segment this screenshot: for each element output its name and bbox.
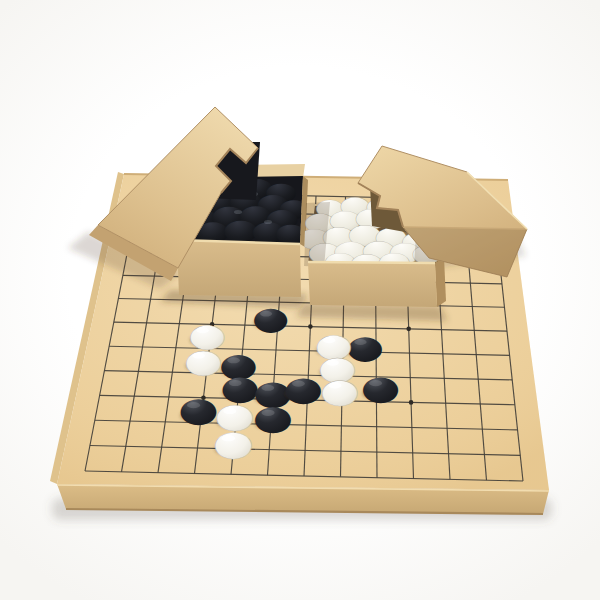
- heap-glint: [264, 220, 272, 224]
- stone-highlight: [323, 337, 335, 343]
- stone-highlight: [329, 382, 342, 388]
- stone-highlight: [260, 311, 272, 317]
- stone-highlight: [354, 339, 366, 345]
- black-stone[interactable]: ●: [360, 368, 400, 406]
- black-stone[interactable]: ●: [253, 397, 294, 437]
- stone-highlight: [222, 435, 235, 441]
- star-point: [409, 400, 414, 405]
- black-box-front-shading: [177, 240, 301, 297]
- white-box-front-shading: [308, 262, 437, 307]
- stone-highlight: [261, 410, 274, 416]
- heap-glint: [234, 210, 242, 214]
- star-point: [406, 327, 411, 332]
- stone-highlight: [187, 402, 200, 408]
- white-stone[interactable]: ●: [184, 341, 223, 379]
- white-stone[interactable]: ●: [213, 422, 255, 463]
- stone-highlight: [369, 380, 382, 386]
- stone-highlight: [326, 360, 339, 366]
- stone-highlight: [292, 381, 305, 387]
- scene-canvas: ●●●●●●●●●●●●●●●● ●●●●●●●●●●●●●●●●● ●●●●●…: [0, 0, 600, 600]
- stone-highlight: [261, 385, 274, 391]
- stone-highlight: [229, 380, 242, 386]
- stone-highlight: [196, 327, 208, 333]
- stone-highlight: [227, 357, 240, 363]
- stone-highlight: [192, 353, 205, 359]
- star-point: [308, 324, 313, 329]
- white-stone[interactable]: ●: [320, 371, 360, 409]
- white-box-front-rim-highlight: [308, 262, 435, 263]
- stone-highlight: [223, 408, 236, 414]
- go-set-photo: ●●●●●●●●●●●●●●●● ●●●●●●●●●●●●●●●●● ●●●●●…: [0, 0, 600, 600]
